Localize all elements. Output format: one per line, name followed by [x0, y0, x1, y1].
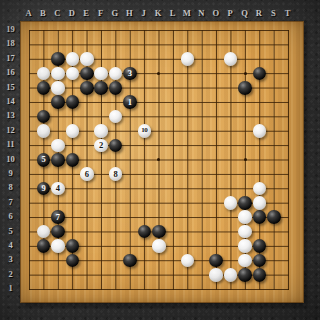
intersection-T16[interactable]: [281, 66, 295, 80]
intersection-H11[interactable]: [123, 138, 137, 152]
intersection-K18[interactable]: [152, 37, 166, 51]
intersection-J13[interactable]: [137, 109, 151, 123]
intersection-K6[interactable]: [152, 210, 166, 224]
intersection-R8[interactable]: [252, 181, 266, 195]
intersection-F2[interactable]: [94, 268, 108, 282]
intersection-F5[interactable]: [94, 224, 108, 238]
intersection-N10[interactable]: [195, 153, 209, 167]
intersection-J7[interactable]: [137, 196, 151, 210]
intersection-G12[interactable]: [108, 124, 122, 138]
intersection-A12[interactable]: [22, 124, 36, 138]
intersection-Q4[interactable]: [238, 239, 252, 253]
intersection-J16[interactable]: [137, 66, 151, 80]
intersection-Q17[interactable]: [238, 52, 252, 66]
intersection-Q5[interactable]: [238, 224, 252, 238]
intersection-M6[interactable]: [180, 210, 194, 224]
intersection-P18[interactable]: [223, 37, 237, 51]
intersection-N13[interactable]: [195, 109, 209, 123]
intersection-C17[interactable]: [51, 52, 65, 66]
intersection-S2[interactable]: [267, 268, 281, 282]
intersection-E5[interactable]: [80, 224, 94, 238]
intersection-P1[interactable]: [223, 282, 237, 296]
intersection-O14[interactable]: [209, 95, 223, 109]
intersection-M16[interactable]: [180, 66, 194, 80]
intersection-K1[interactable]: [152, 282, 166, 296]
intersection-T2[interactable]: [281, 268, 295, 282]
intersection-J3[interactable]: [137, 253, 151, 267]
intersection-L5[interactable]: [166, 224, 180, 238]
intersection-N12[interactable]: [195, 124, 209, 138]
intersection-P19[interactable]: [223, 23, 237, 37]
intersection-C4[interactable]: [51, 239, 65, 253]
intersection-J9[interactable]: [137, 167, 151, 181]
intersection-S7[interactable]: [267, 196, 281, 210]
intersection-D19[interactable]: [65, 23, 79, 37]
intersection-G14[interactable]: [108, 95, 122, 109]
intersection-N19[interactable]: [195, 23, 209, 37]
intersection-C8[interactable]: 4: [51, 181, 65, 195]
intersection-L8[interactable]: [166, 181, 180, 195]
intersection-R12[interactable]: [252, 124, 266, 138]
intersection-Q6[interactable]: [238, 210, 252, 224]
intersection-D15[interactable]: [65, 81, 79, 95]
intersection-E11[interactable]: [80, 138, 94, 152]
intersection-L13[interactable]: [166, 109, 180, 123]
intersection-T4[interactable]: [281, 239, 295, 253]
intersection-P11[interactable]: [223, 138, 237, 152]
intersection-E9[interactable]: 6: [80, 167, 94, 181]
intersection-G9[interactable]: 8: [108, 167, 122, 181]
intersection-O1[interactable]: [209, 282, 223, 296]
intersection-K17[interactable]: [152, 52, 166, 66]
intersection-S1[interactable]: [267, 282, 281, 296]
intersection-S18[interactable]: [267, 37, 281, 51]
intersection-F6[interactable]: [94, 210, 108, 224]
intersection-E15[interactable]: [80, 81, 94, 95]
intersection-F19[interactable]: [94, 23, 108, 37]
intersection-H7[interactable]: [123, 196, 137, 210]
intersection-R6[interactable]: [252, 210, 266, 224]
intersection-D1[interactable]: [65, 282, 79, 296]
intersection-B6[interactable]: [36, 210, 50, 224]
intersection-T10[interactable]: [281, 153, 295, 167]
intersection-Q14[interactable]: [238, 95, 252, 109]
intersection-H3[interactable]: [123, 253, 137, 267]
intersection-T19[interactable]: [281, 23, 295, 37]
intersection-Q16[interactable]: [238, 66, 252, 80]
intersection-B12[interactable]: [36, 124, 50, 138]
intersection-B13[interactable]: [36, 109, 50, 123]
intersection-O8[interactable]: [209, 181, 223, 195]
intersection-C16[interactable]: [51, 66, 65, 80]
intersection-O12[interactable]: [209, 124, 223, 138]
intersection-N8[interactable]: [195, 181, 209, 195]
intersection-G11[interactable]: [108, 138, 122, 152]
intersection-P15[interactable]: [223, 81, 237, 95]
intersection-Q11[interactable]: [238, 138, 252, 152]
intersection-A9[interactable]: [22, 167, 36, 181]
intersection-O5[interactable]: [209, 224, 223, 238]
intersection-S19[interactable]: [267, 23, 281, 37]
intersection-F1[interactable]: [94, 282, 108, 296]
intersection-L9[interactable]: [166, 167, 180, 181]
intersection-J18[interactable]: [137, 37, 151, 51]
intersection-D12[interactable]: [65, 124, 79, 138]
intersection-P5[interactable]: [223, 224, 237, 238]
intersection-D3[interactable]: [65, 253, 79, 267]
intersection-K11[interactable]: [152, 138, 166, 152]
intersection-P6[interactable]: [223, 210, 237, 224]
intersection-B16[interactable]: [36, 66, 50, 80]
intersection-G10[interactable]: [108, 153, 122, 167]
intersection-M1[interactable]: [180, 282, 194, 296]
intersection-J4[interactable]: [137, 239, 151, 253]
intersection-K4[interactable]: [152, 239, 166, 253]
intersection-O2[interactable]: [209, 268, 223, 282]
intersection-L7[interactable]: [166, 196, 180, 210]
intersection-L17[interactable]: [166, 52, 180, 66]
intersection-K14[interactable]: [152, 95, 166, 109]
intersection-L1[interactable]: [166, 282, 180, 296]
intersection-D7[interactable]: [65, 196, 79, 210]
intersection-G8[interactable]: [108, 181, 122, 195]
intersection-A18[interactable]: [22, 37, 36, 51]
intersection-G5[interactable]: [108, 224, 122, 238]
intersection-N6[interactable]: [195, 210, 209, 224]
intersection-G13[interactable]: [108, 109, 122, 123]
intersection-P12[interactable]: [223, 124, 237, 138]
intersection-F3[interactable]: [94, 253, 108, 267]
intersection-H19[interactable]: [123, 23, 137, 37]
intersection-R16[interactable]: [252, 66, 266, 80]
intersection-P9[interactable]: [223, 167, 237, 181]
intersection-S10[interactable]: [267, 153, 281, 167]
intersection-E2[interactable]: [80, 268, 94, 282]
intersection-T18[interactable]: [281, 37, 295, 51]
intersection-B9[interactable]: [36, 167, 50, 181]
intersection-O3[interactable]: [209, 253, 223, 267]
intersection-G6[interactable]: [108, 210, 122, 224]
intersection-A19[interactable]: [22, 23, 36, 37]
intersection-C2[interactable]: [51, 268, 65, 282]
intersection-D8[interactable]: [65, 181, 79, 195]
intersection-N17[interactable]: [195, 52, 209, 66]
intersection-A4[interactable]: [22, 239, 36, 253]
intersection-N3[interactable]: [195, 253, 209, 267]
intersection-F4[interactable]: [94, 239, 108, 253]
intersection-E14[interactable]: [80, 95, 94, 109]
intersection-B7[interactable]: [36, 196, 50, 210]
intersection-N16[interactable]: [195, 66, 209, 80]
intersection-F16[interactable]: [94, 66, 108, 80]
intersection-P13[interactable]: [223, 109, 237, 123]
intersection-E17[interactable]: [80, 52, 94, 66]
intersection-M19[interactable]: [180, 23, 194, 37]
intersection-N18[interactable]: [195, 37, 209, 51]
intersection-A8[interactable]: [22, 181, 36, 195]
intersection-J11[interactable]: [137, 138, 151, 152]
intersection-B14[interactable]: [36, 95, 50, 109]
intersection-B18[interactable]: [36, 37, 50, 51]
intersection-C12[interactable]: [51, 124, 65, 138]
intersection-R14[interactable]: [252, 95, 266, 109]
intersection-A17[interactable]: [22, 52, 36, 66]
intersection-F11[interactable]: 2: [94, 138, 108, 152]
intersection-R15[interactable]: [252, 81, 266, 95]
intersection-S12[interactable]: [267, 124, 281, 138]
intersection-D4[interactable]: [65, 239, 79, 253]
intersection-A1[interactable]: [22, 282, 36, 296]
intersection-F18[interactable]: [94, 37, 108, 51]
intersection-Q2[interactable]: [238, 268, 252, 282]
intersection-S4[interactable]: [267, 239, 281, 253]
intersection-N15[interactable]: [195, 81, 209, 95]
intersection-J5[interactable]: [137, 224, 151, 238]
intersection-K7[interactable]: [152, 196, 166, 210]
intersection-F10[interactable]: [94, 153, 108, 167]
intersection-A6[interactable]: [22, 210, 36, 224]
intersection-C7[interactable]: [51, 196, 65, 210]
intersection-D16[interactable]: [65, 66, 79, 80]
intersection-K13[interactable]: [152, 109, 166, 123]
intersection-R10[interactable]: [252, 153, 266, 167]
intersection-O13[interactable]: [209, 109, 223, 123]
intersection-K2[interactable]: [152, 268, 166, 282]
intersection-H9[interactable]: [123, 167, 137, 181]
intersection-P10[interactable]: [223, 153, 237, 167]
intersection-R11[interactable]: [252, 138, 266, 152]
intersection-L14[interactable]: [166, 95, 180, 109]
intersection-H12[interactable]: [123, 124, 137, 138]
intersection-M10[interactable]: [180, 153, 194, 167]
intersection-O18[interactable]: [209, 37, 223, 51]
intersection-K15[interactable]: [152, 81, 166, 95]
intersection-P2[interactable]: [223, 268, 237, 282]
intersection-Q15[interactable]: [238, 81, 252, 95]
intersection-P7[interactable]: [223, 196, 237, 210]
intersection-S16[interactable]: [267, 66, 281, 80]
intersection-H1[interactable]: [123, 282, 137, 296]
intersection-E8[interactable]: [80, 181, 94, 195]
intersection-F8[interactable]: [94, 181, 108, 195]
intersection-M15[interactable]: [180, 81, 194, 95]
intersection-F14[interactable]: [94, 95, 108, 109]
intersection-F17[interactable]: [94, 52, 108, 66]
intersection-M4[interactable]: [180, 239, 194, 253]
intersection-E4[interactable]: [80, 239, 94, 253]
intersection-S11[interactable]: [267, 138, 281, 152]
intersection-Q7[interactable]: [238, 196, 252, 210]
intersection-E19[interactable]: [80, 23, 94, 37]
intersection-O10[interactable]: [209, 153, 223, 167]
intersection-J12[interactable]: 10: [137, 124, 151, 138]
intersection-R9[interactable]: [252, 167, 266, 181]
intersection-D9[interactable]: [65, 167, 79, 181]
intersection-Q10[interactable]: [238, 153, 252, 167]
intersection-K5[interactable]: [152, 224, 166, 238]
intersection-A15[interactable]: [22, 81, 36, 95]
intersection-T8[interactable]: [281, 181, 295, 195]
intersection-R2[interactable]: [252, 268, 266, 282]
intersection-E6[interactable]: [80, 210, 94, 224]
intersection-M7[interactable]: [180, 196, 194, 210]
intersection-O17[interactable]: [209, 52, 223, 66]
intersection-N14[interactable]: [195, 95, 209, 109]
intersection-D17[interactable]: [65, 52, 79, 66]
intersection-K3[interactable]: [152, 253, 166, 267]
intersection-T7[interactable]: [281, 196, 295, 210]
intersection-T5[interactable]: [281, 224, 295, 238]
intersection-P4[interactable]: [223, 239, 237, 253]
intersection-A3[interactable]: [22, 253, 36, 267]
intersection-M9[interactable]: [180, 167, 194, 181]
intersection-Q18[interactable]: [238, 37, 252, 51]
intersection-G1[interactable]: [108, 282, 122, 296]
intersection-B19[interactable]: [36, 23, 50, 37]
intersection-S3[interactable]: [267, 253, 281, 267]
intersection-D5[interactable]: [65, 224, 79, 238]
intersection-C10[interactable]: [51, 153, 65, 167]
intersection-L15[interactable]: [166, 81, 180, 95]
intersection-T11[interactable]: [281, 138, 295, 152]
intersection-E10[interactable]: [80, 153, 94, 167]
intersection-Q13[interactable]: [238, 109, 252, 123]
intersection-G18[interactable]: [108, 37, 122, 51]
intersection-D13[interactable]: [65, 109, 79, 123]
intersection-M3[interactable]: [180, 253, 194, 267]
intersection-N7[interactable]: [195, 196, 209, 210]
intersection-E12[interactable]: [80, 124, 94, 138]
intersection-N2[interactable]: [195, 268, 209, 282]
intersection-G16[interactable]: [108, 66, 122, 80]
intersection-H16[interactable]: 3: [123, 66, 137, 80]
intersection-Q12[interactable]: [238, 124, 252, 138]
intersection-E1[interactable]: [80, 282, 94, 296]
intersection-O4[interactable]: [209, 239, 223, 253]
intersection-N11[interactable]: [195, 138, 209, 152]
intersection-F9[interactable]: [94, 167, 108, 181]
intersection-T12[interactable]: [281, 124, 295, 138]
intersection-G3[interactable]: [108, 253, 122, 267]
intersection-Q8[interactable]: [238, 181, 252, 195]
intersection-H6[interactable]: [123, 210, 137, 224]
intersection-T17[interactable]: [281, 52, 295, 66]
intersection-N9[interactable]: [195, 167, 209, 181]
intersection-B5[interactable]: [36, 224, 50, 238]
intersection-J14[interactable]: [137, 95, 151, 109]
intersection-C1[interactable]: [51, 282, 65, 296]
intersection-H5[interactable]: [123, 224, 137, 238]
intersection-B1[interactable]: [36, 282, 50, 296]
intersection-L19[interactable]: [166, 23, 180, 37]
intersection-K19[interactable]: [152, 23, 166, 37]
intersection-K9[interactable]: [152, 167, 166, 181]
intersection-D11[interactable]: [65, 138, 79, 152]
intersection-A16[interactable]: [22, 66, 36, 80]
intersection-C15[interactable]: [51, 81, 65, 95]
intersection-D14[interactable]: [65, 95, 79, 109]
intersection-M8[interactable]: [180, 181, 194, 195]
intersection-C19[interactable]: [51, 23, 65, 37]
intersection-T6[interactable]: [281, 210, 295, 224]
intersection-J8[interactable]: [137, 181, 151, 195]
intersection-B15[interactable]: [36, 81, 50, 95]
intersection-Q9[interactable]: [238, 167, 252, 181]
intersection-R1[interactable]: [252, 282, 266, 296]
intersection-F15[interactable]: [94, 81, 108, 95]
intersection-J6[interactable]: [137, 210, 151, 224]
intersection-H14[interactable]: 1: [123, 95, 137, 109]
intersection-L18[interactable]: [166, 37, 180, 51]
intersection-M18[interactable]: [180, 37, 194, 51]
intersection-S8[interactable]: [267, 181, 281, 195]
intersection-C11[interactable]: [51, 138, 65, 152]
intersection-R5[interactable]: [252, 224, 266, 238]
intersection-D18[interactable]: [65, 37, 79, 51]
intersection-A5[interactable]: [22, 224, 36, 238]
intersection-H13[interactable]: [123, 109, 137, 123]
intersection-L16[interactable]: [166, 66, 180, 80]
intersection-E13[interactable]: [80, 109, 94, 123]
intersection-K16[interactable]: [152, 66, 166, 80]
intersection-L6[interactable]: [166, 210, 180, 224]
intersection-D6[interactable]: [65, 210, 79, 224]
intersection-J17[interactable]: [137, 52, 151, 66]
intersection-N1[interactable]: [195, 282, 209, 296]
intersection-B4[interactable]: [36, 239, 50, 253]
intersection-O7[interactable]: [209, 196, 223, 210]
intersection-H2[interactable]: [123, 268, 137, 282]
intersection-S17[interactable]: [267, 52, 281, 66]
intersection-N4[interactable]: [195, 239, 209, 253]
intersection-C5[interactable]: [51, 224, 65, 238]
intersection-J19[interactable]: [137, 23, 151, 37]
intersection-R19[interactable]: [252, 23, 266, 37]
intersection-R13[interactable]: [252, 109, 266, 123]
intersection-E18[interactable]: [80, 37, 94, 51]
intersection-A11[interactable]: [22, 138, 36, 152]
intersection-C18[interactable]: [51, 37, 65, 51]
intersection-H8[interactable]: [123, 181, 137, 195]
intersection-D2[interactable]: [65, 268, 79, 282]
intersection-P17[interactable]: [223, 52, 237, 66]
intersection-R4[interactable]: [252, 239, 266, 253]
intersection-T15[interactable]: [281, 81, 295, 95]
intersection-O9[interactable]: [209, 167, 223, 181]
intersection-C6[interactable]: 7: [51, 210, 65, 224]
intersection-C9[interactable]: [51, 167, 65, 181]
intersection-B17[interactable]: [36, 52, 50, 66]
intersection-M17[interactable]: [180, 52, 194, 66]
intersection-P8[interactable]: [223, 181, 237, 195]
intersection-M12[interactable]: [180, 124, 194, 138]
intersection-M11[interactable]: [180, 138, 194, 152]
intersection-O15[interactable]: [209, 81, 223, 95]
intersection-R17[interactable]: [252, 52, 266, 66]
intersection-O16[interactable]: [209, 66, 223, 80]
intersection-S15[interactable]: [267, 81, 281, 95]
intersection-S14[interactable]: [267, 95, 281, 109]
intersection-G7[interactable]: [108, 196, 122, 210]
intersection-G19[interactable]: [108, 23, 122, 37]
intersection-Q19[interactable]: [238, 23, 252, 37]
intersection-T14[interactable]: [281, 95, 295, 109]
intersection-M14[interactable]: [180, 95, 194, 109]
intersection-L11[interactable]: [166, 138, 180, 152]
intersection-M5[interactable]: [180, 224, 194, 238]
intersection-G2[interactable]: [108, 268, 122, 282]
intersection-A10[interactable]: [22, 153, 36, 167]
